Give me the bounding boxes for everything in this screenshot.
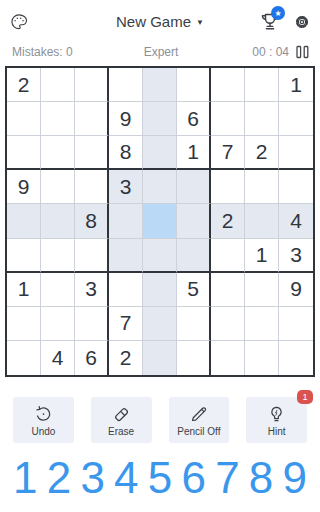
sudoku-cell-r4c5[interactable] bbox=[143, 170, 177, 204]
sudoku-cell-r6c6[interactable] bbox=[177, 239, 211, 273]
sudoku-cell-r2c1[interactable] bbox=[7, 102, 41, 136]
sudoku-cell-r8c5[interactable] bbox=[143, 307, 177, 341]
mistakes-counter: Mistakes: 0 bbox=[12, 45, 111, 59]
eraser-icon bbox=[111, 404, 132, 425]
sudoku-cell-r1c3[interactable] bbox=[75, 68, 109, 102]
pencil-label: Pencil Off bbox=[177, 426, 220, 437]
sudoku-cell-r3c1[interactable] bbox=[7, 136, 41, 170]
sudoku-cell-r5c1[interactable] bbox=[7, 204, 41, 238]
sudoku-cell-r2c7[interactable] bbox=[211, 102, 245, 136]
sudoku-cell-r9c1[interactable] bbox=[7, 341, 41, 375]
pause-icon[interactable] bbox=[295, 45, 310, 59]
sudoku-cell-r4c2[interactable] bbox=[41, 170, 75, 204]
sudoku-cell-r4c9[interactable] bbox=[279, 170, 313, 204]
sudoku-cell-r1c5[interactable] bbox=[143, 68, 177, 102]
sudoku-cell-r3c3[interactable] bbox=[75, 136, 109, 170]
sudoku-cell-r2c3[interactable] bbox=[75, 102, 109, 136]
numpad-digit-8[interactable]: 8 bbox=[249, 456, 273, 500]
difficulty-label: Expert bbox=[111, 45, 210, 59]
sudoku-cell-r1c6[interactable] bbox=[177, 68, 211, 102]
sudoku-cell-r3c7[interactable]: 7 bbox=[211, 136, 245, 170]
sudoku-cell-r7c3[interactable]: 3 bbox=[75, 273, 109, 307]
sudoku-cell-r8c9[interactable] bbox=[279, 307, 313, 341]
sudoku-cell-r3c6[interactable]: 1 bbox=[177, 136, 211, 170]
sudoku-cell-r2c4[interactable]: 9 bbox=[109, 102, 143, 136]
sudoku-cell-r5c8[interactable] bbox=[245, 204, 279, 238]
sudoku-cell-r4c3[interactable] bbox=[75, 170, 109, 204]
pencil-icon bbox=[188, 404, 209, 425]
sudoku-cell-r2c2[interactable] bbox=[41, 102, 75, 136]
sudoku-cell-r5c4[interactable] bbox=[109, 204, 143, 238]
sudoku-cell-r5c6[interactable] bbox=[177, 204, 211, 238]
sudoku-cell-r9c6[interactable] bbox=[177, 341, 211, 375]
hint-button[interactable]: Hint 1 bbox=[246, 397, 307, 443]
sudoku-cell-r3c4[interactable]: 8 bbox=[109, 136, 143, 170]
sudoku-cell-r6c9[interactable]: 3 bbox=[279, 239, 313, 273]
toolbar: Undo Erase Pencil Off Hint 1 bbox=[13, 397, 307, 443]
undo-icon bbox=[33, 404, 54, 425]
sudoku-cell-r2c8[interactable] bbox=[245, 102, 279, 136]
awards-button[interactable]: ★ bbox=[258, 10, 282, 34]
settings-button[interactable] bbox=[291, 11, 313, 33]
numpad-digit-6[interactable]: 6 bbox=[181, 456, 205, 500]
sudoku-cell-r9c9[interactable] bbox=[279, 341, 313, 375]
sudoku-cell-r1c1[interactable]: 2 bbox=[7, 68, 41, 102]
numpad-digit-4[interactable]: 4 bbox=[114, 456, 138, 500]
undo-label: Undo bbox=[31, 426, 55, 437]
numpad-digit-1[interactable]: 1 bbox=[13, 456, 37, 500]
lightbulb-icon bbox=[266, 404, 287, 425]
sudoku-cell-r1c9[interactable]: 1 bbox=[279, 68, 313, 102]
timer: 00 : 04 bbox=[252, 45, 289, 59]
hint-label: Hint bbox=[268, 426, 286, 437]
sudoku-cell-r8c7[interactable] bbox=[211, 307, 245, 341]
sudoku-cell-r9c7[interactable] bbox=[211, 341, 245, 375]
numpad-digit-3[interactable]: 3 bbox=[80, 456, 104, 500]
sudoku-cell-r7c8[interactable] bbox=[245, 273, 279, 307]
sudoku-cell-r6c4[interactable] bbox=[109, 239, 143, 273]
sudoku-cell-r6c2[interactable] bbox=[41, 239, 75, 273]
number-pad: 123456789 bbox=[0, 452, 320, 504]
sudoku-cell-r7c9[interactable]: 9 bbox=[279, 273, 313, 307]
sudoku-cell-r9c3[interactable]: 6 bbox=[75, 341, 109, 375]
numpad-digit-5[interactable]: 5 bbox=[148, 456, 172, 500]
sudoku-cell-r7c4[interactable] bbox=[109, 273, 143, 307]
sudoku-cell-r6c7[interactable] bbox=[211, 239, 245, 273]
sudoku-cell-r6c8[interactable]: 1 bbox=[245, 239, 279, 273]
sudoku-cell-r8c1[interactable] bbox=[7, 307, 41, 341]
sudoku-cell-r5c3[interactable]: 8 bbox=[75, 204, 109, 238]
sudoku-cell-r8c8[interactable] bbox=[245, 307, 279, 341]
sudoku-cell-r7c2[interactable] bbox=[41, 273, 75, 307]
erase-button[interactable]: Erase bbox=[91, 397, 152, 443]
sudoku-cell-r3c9[interactable] bbox=[279, 136, 313, 170]
sudoku-cell-r7c5[interactable] bbox=[143, 273, 177, 307]
sudoku-cell-r3c5[interactable] bbox=[143, 136, 177, 170]
sudoku-cell-r5c5[interactable] bbox=[143, 204, 177, 238]
sudoku-cell-r1c4[interactable] bbox=[109, 68, 143, 102]
sudoku-cell-r8c3[interactable] bbox=[75, 307, 109, 341]
pencil-toggle-button[interactable]: Pencil Off bbox=[169, 397, 230, 443]
sudoku-cell-r8c2[interactable] bbox=[41, 307, 75, 341]
sudoku-cell-r5c7[interactable]: 2 bbox=[211, 204, 245, 238]
erase-label: Erase bbox=[108, 426, 134, 437]
sudoku-cell-r9c4[interactable]: 2 bbox=[109, 341, 143, 375]
sudoku-cell-r6c5[interactable] bbox=[143, 239, 177, 273]
sudoku-cell-r7c1[interactable]: 1 bbox=[7, 273, 41, 307]
hint-count-badge: 1 bbox=[297, 390, 313, 404]
sudoku-cell-r4c6[interactable] bbox=[177, 170, 211, 204]
sudoku-cell-r2c6[interactable]: 6 bbox=[177, 102, 211, 136]
status-bar: Mistakes: 0 Expert 00 : 04 bbox=[12, 44, 310, 60]
sudoku-cell-r9c8[interactable] bbox=[245, 341, 279, 375]
sudoku-cell-r9c5[interactable] bbox=[143, 341, 177, 375]
sudoku-cell-r5c9[interactable]: 4 bbox=[279, 204, 313, 238]
star-icon: ★ bbox=[274, 9, 281, 18]
header: New Game▼ ★ bbox=[0, 8, 320, 36]
sudoku-cell-r4c7[interactable] bbox=[211, 170, 245, 204]
sudoku-cell-r5c2[interactable] bbox=[41, 204, 75, 238]
page-title: New Game bbox=[116, 13, 191, 30]
sudoku-cell-r3c8[interactable]: 2 bbox=[245, 136, 279, 170]
numpad-digit-2[interactable]: 2 bbox=[47, 456, 71, 500]
sudoku-cell-r4c1[interactable]: 9 bbox=[7, 170, 41, 204]
sudoku-cell-r9c2[interactable]: 4 bbox=[41, 341, 75, 375]
sudoku-cell-r7c7[interactable] bbox=[211, 273, 245, 307]
sudoku-cell-r1c7[interactable] bbox=[211, 68, 245, 102]
numpad-digit-9[interactable]: 9 bbox=[283, 456, 307, 500]
chevron-down-icon: ▼ bbox=[196, 18, 204, 27]
sudoku-cell-r6c1[interactable] bbox=[7, 239, 41, 273]
sudoku-cell-r8c6[interactable] bbox=[177, 307, 211, 341]
undo-button[interactable]: Undo bbox=[13, 397, 74, 443]
sudoku-cell-r4c8[interactable] bbox=[245, 170, 279, 204]
sudoku-cell-r1c8[interactable] bbox=[245, 68, 279, 102]
sudoku-cell-r1c2[interactable] bbox=[41, 68, 75, 102]
sudoku-cell-r8c4[interactable]: 7 bbox=[109, 307, 143, 341]
gear-icon bbox=[291, 11, 313, 33]
sudoku-cell-r2c5[interactable] bbox=[143, 102, 177, 136]
numpad-digit-7[interactable]: 7 bbox=[215, 456, 239, 500]
sudoku-cell-r4c4[interactable]: 3 bbox=[109, 170, 143, 204]
sudoku-cell-r7c6[interactable]: 5 bbox=[177, 273, 211, 307]
trophy-badge: ★ bbox=[271, 6, 285, 20]
sudoku-cell-r2c9[interactable] bbox=[279, 102, 313, 136]
sudoku-cell-r6c3[interactable] bbox=[75, 239, 109, 273]
sudoku-board: 21968172938241313597462 bbox=[5, 66, 315, 377]
sudoku-cell-r3c2[interactable] bbox=[41, 136, 75, 170]
